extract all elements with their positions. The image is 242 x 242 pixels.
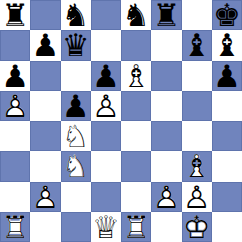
square-f4[interactable] (151, 121, 181, 151)
square-c1[interactable] (61, 212, 91, 242)
square-a3[interactable] (0, 151, 30, 181)
square-b7[interactable]: ♟︎ (30, 30, 60, 60)
piece-black-pawn: ♟︎ (91, 61, 121, 91)
square-a5[interactable]: ♟︎♙︎ (0, 91, 30, 121)
square-a6[interactable]: ♟︎ (0, 61, 30, 91)
square-d2[interactable] (91, 182, 121, 212)
square-b5[interactable] (30, 91, 60, 121)
square-h7[interactable]: ♝︎ (212, 30, 242, 60)
square-e8[interactable]: ♞︎ (121, 0, 151, 30)
piece-black-pawn: ♟︎ (30, 30, 60, 60)
square-h8[interactable]: ♚︎ (212, 0, 242, 30)
piece-white-king: ♚︎♔︎ (182, 212, 212, 242)
piece-white-queen: ♛︎♕︎ (91, 212, 121, 242)
square-c3[interactable]: ♞︎♘︎ (61, 151, 91, 181)
square-h2[interactable] (212, 182, 242, 212)
piece-white-bishop: ♝︎♗︎ (182, 151, 212, 181)
square-d3[interactable] (91, 151, 121, 181)
square-g8[interactable] (182, 0, 212, 30)
square-d4[interactable] (91, 121, 121, 151)
piece-white-pawn: ♟︎♙︎ (151, 182, 181, 212)
square-d1[interactable]: ♛︎♕︎ (91, 212, 121, 242)
chess-board: ♜︎♞︎♞︎♜︎♚︎♟︎♛︎♝︎♝︎♟︎♟︎♝︎♗︎♟︎♟︎♙︎♟︎♟︎♙︎♞︎… (0, 0, 242, 242)
square-a8[interactable]: ♜︎ (0, 0, 30, 30)
square-h1[interactable] (212, 212, 242, 242)
square-g2[interactable]: ♟︎♙︎ (182, 182, 212, 212)
square-e6[interactable]: ♝︎♗︎ (121, 61, 151, 91)
square-g3[interactable]: ♝︎♗︎ (182, 151, 212, 181)
square-g1[interactable]: ♚︎♔︎ (182, 212, 212, 242)
square-f2[interactable]: ♟︎♙︎ (151, 182, 181, 212)
piece-black-pawn: ♟︎ (0, 61, 30, 91)
square-d5[interactable]: ♟︎♙︎ (91, 91, 121, 121)
square-f5[interactable] (151, 91, 181, 121)
square-a7[interactable] (0, 30, 30, 60)
square-b2[interactable]: ♟︎♙︎ (30, 182, 60, 212)
square-f1[interactable] (151, 212, 181, 242)
square-a4[interactable] (0, 121, 30, 151)
square-c5[interactable]: ♟︎ (61, 91, 91, 121)
piece-black-knight: ♞︎ (61, 0, 91, 30)
square-e5[interactable] (121, 91, 151, 121)
piece-black-rook: ♜︎ (151, 0, 181, 30)
square-h5[interactable] (212, 91, 242, 121)
square-c8[interactable]: ♞︎ (61, 0, 91, 30)
square-g4[interactable] (182, 121, 212, 151)
piece-white-pawn: ♟︎♙︎ (0, 91, 30, 121)
square-d8[interactable] (91, 0, 121, 30)
square-b6[interactable] (30, 61, 60, 91)
piece-black-rook: ♜︎ (0, 0, 30, 30)
piece-white-pawn: ♟︎♙︎ (30, 182, 60, 212)
square-e7[interactable] (121, 30, 151, 60)
square-f8[interactable]: ♜︎ (151, 0, 181, 30)
piece-black-bishop: ♝︎ (182, 30, 212, 60)
square-b1[interactable] (30, 212, 60, 242)
square-f3[interactable] (151, 151, 181, 181)
square-e2[interactable] (121, 182, 151, 212)
piece-white-rook: ♜︎♖︎ (121, 212, 151, 242)
piece-black-pawn: ♟︎ (61, 91, 91, 121)
square-e4[interactable] (121, 121, 151, 151)
piece-black-bishop: ♝︎ (212, 30, 242, 60)
piece-white-rook: ♜︎♖︎ (0, 212, 30, 242)
piece-white-knight: ♞︎♘︎ (61, 151, 91, 181)
piece-black-king: ♚︎ (212, 0, 242, 30)
piece-white-pawn: ♟︎♙︎ (91, 91, 121, 121)
square-c4[interactable]: ♞︎♘︎ (61, 121, 91, 151)
square-a1[interactable]: ♜︎♖︎ (0, 212, 30, 242)
square-b4[interactable] (30, 121, 60, 151)
square-c6[interactable] (61, 61, 91, 91)
piece-white-pawn: ♟︎♙︎ (182, 182, 212, 212)
square-e1[interactable]: ♜︎♖︎ (121, 212, 151, 242)
square-d7[interactable] (91, 30, 121, 60)
piece-white-knight: ♞︎♘︎ (61, 121, 91, 151)
square-f7[interactable] (151, 30, 181, 60)
square-b3[interactable] (30, 151, 60, 181)
square-h4[interactable] (212, 121, 242, 151)
piece-white-bishop: ♝︎♗︎ (121, 61, 151, 91)
square-a2[interactable] (0, 182, 30, 212)
square-g6[interactable] (182, 61, 212, 91)
square-b8[interactable] (30, 0, 60, 30)
square-f6[interactable] (151, 61, 181, 91)
piece-black-pawn: ♟︎ (212, 61, 242, 91)
square-g7[interactable]: ♝︎ (182, 30, 212, 60)
piece-black-queen: ♛︎ (61, 30, 91, 60)
square-d6[interactable]: ♟︎ (91, 61, 121, 91)
piece-black-knight: ♞︎ (121, 0, 151, 30)
square-h3[interactable] (212, 151, 242, 181)
square-c2[interactable] (61, 182, 91, 212)
square-g5[interactable] (182, 91, 212, 121)
square-c7[interactable]: ♛︎ (61, 30, 91, 60)
square-h6[interactable]: ♟︎ (212, 61, 242, 91)
square-e3[interactable] (121, 151, 151, 181)
